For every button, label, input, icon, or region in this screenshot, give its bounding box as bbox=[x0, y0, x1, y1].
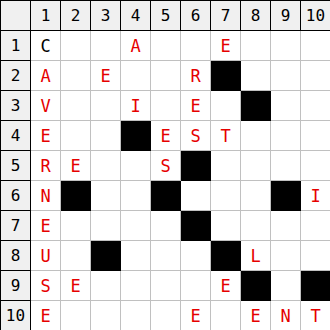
grid-cell-r5c8[interactable] bbox=[241, 151, 271, 181]
grid-cell-r6c4[interactable] bbox=[121, 181, 151, 211]
row-header-2: 2 bbox=[1, 61, 31, 91]
letter: R bbox=[40, 156, 50, 176]
grid-cell-r7c10[interactable] bbox=[301, 211, 330, 241]
letter: E bbox=[190, 306, 200, 326]
grid-cell-r4c1[interactable]: E bbox=[31, 121, 61, 151]
col-header-4: 4 bbox=[121, 1, 151, 31]
letter: S bbox=[40, 276, 50, 296]
grid-cell-r6c7[interactable] bbox=[211, 181, 241, 211]
grid-cell-r8c2[interactable] bbox=[61, 241, 91, 271]
grid-cell-r10c6[interactable]: E bbox=[181, 301, 211, 330]
grid-cell-r5c9[interactable] bbox=[271, 151, 301, 181]
grid-cell-r8c5[interactable] bbox=[151, 241, 181, 271]
grid-cell-r10c4[interactable] bbox=[121, 301, 151, 330]
grid-cell-r3c3[interactable] bbox=[91, 91, 121, 121]
grid-cell-r1c10[interactable] bbox=[301, 31, 330, 61]
grid-cell-r10c1[interactable]: E bbox=[31, 301, 61, 330]
grid-cell-r10c7[interactable] bbox=[211, 301, 241, 330]
grid-cell-r3c7[interactable] bbox=[211, 91, 241, 121]
grid-cell-r10c10[interactable]: T bbox=[301, 301, 330, 330]
letter: A bbox=[130, 36, 140, 56]
grid-cell-r1c8[interactable] bbox=[241, 31, 271, 61]
grid-cell-r6c6[interactable] bbox=[181, 181, 211, 211]
block-cell-r5c6 bbox=[181, 151, 211, 181]
col-header-6: 6 bbox=[181, 1, 211, 31]
letter: S bbox=[160, 156, 170, 176]
grid-cell-r9c6[interactable] bbox=[181, 271, 211, 301]
corner-cell bbox=[1, 1, 31, 31]
block-cell-r2c7 bbox=[211, 61, 241, 91]
block-cell-r9c10 bbox=[301, 271, 330, 301]
letter: I bbox=[130, 96, 140, 116]
letter: N bbox=[40, 186, 50, 206]
grid-cell-r8c6[interactable] bbox=[181, 241, 211, 271]
grid-cell-r1c9[interactable] bbox=[271, 31, 301, 61]
grid-cell-r6c1[interactable]: N bbox=[31, 181, 61, 211]
grid-cell-r2c9[interactable] bbox=[271, 61, 301, 91]
grid-cell-r10c3[interactable] bbox=[91, 301, 121, 330]
grid-cell-r2c10[interactable] bbox=[301, 61, 330, 91]
grid-cell-r1c5[interactable] bbox=[151, 31, 181, 61]
letter: V bbox=[40, 96, 50, 116]
letter: E bbox=[40, 306, 50, 326]
grid-cell-r2c2[interactable] bbox=[61, 61, 91, 91]
col-header-10: 10 bbox=[301, 1, 330, 31]
grid-cell-r2c6[interactable]: R bbox=[181, 61, 211, 91]
letter: E bbox=[190, 96, 200, 116]
grid-cell-r4c6[interactable]: S bbox=[181, 121, 211, 151]
grid-cell-r10c2[interactable] bbox=[61, 301, 91, 330]
letter: E bbox=[160, 126, 170, 146]
grid-cell-r1c6[interactable] bbox=[181, 31, 211, 61]
row-header-9: 9 bbox=[1, 271, 31, 301]
grid-cell-r1c4[interactable]: A bbox=[121, 31, 151, 61]
col-header-3: 3 bbox=[91, 1, 121, 31]
row-header-7: 7 bbox=[1, 211, 31, 241]
letter: E bbox=[100, 66, 110, 86]
row-header-1: 1 bbox=[1, 31, 31, 61]
grid-cell-r8c1[interactable]: U bbox=[31, 241, 61, 271]
grid-cell-r4c10[interactable] bbox=[301, 121, 330, 151]
row-header-3: 3 bbox=[1, 91, 31, 121]
letter: S bbox=[190, 126, 200, 146]
col-header-5: 5 bbox=[151, 1, 181, 31]
grid-cell-r3c5[interactable] bbox=[151, 91, 181, 121]
grid-cell-r1c3[interactable] bbox=[91, 31, 121, 61]
block-cell-r6c2 bbox=[61, 181, 91, 211]
grid-cell-r3c6[interactable]: E bbox=[181, 91, 211, 121]
grid-cell-r6c8[interactable] bbox=[241, 181, 271, 211]
letter: N bbox=[280, 306, 290, 326]
letter: I bbox=[310, 186, 320, 206]
grid-cell-r3c4[interactable]: I bbox=[121, 91, 151, 121]
grid-cell-r4c3[interactable] bbox=[91, 121, 121, 151]
letter: L bbox=[250, 246, 260, 266]
grid-cell-r2c4[interactable] bbox=[121, 61, 151, 91]
grid-cell-r4c9[interactable] bbox=[271, 121, 301, 151]
row-header-10: 10 bbox=[1, 301, 31, 330]
block-cell-r8c7 bbox=[211, 241, 241, 271]
row-header-5: 5 bbox=[1, 151, 31, 181]
grid-cell-r1c7[interactable]: E bbox=[211, 31, 241, 61]
grid-cell-r4c5[interactable]: E bbox=[151, 121, 181, 151]
grid-cell-r7c2[interactable] bbox=[61, 211, 91, 241]
grid-cell-r7c4[interactable] bbox=[121, 211, 151, 241]
grid-cell-r2c1[interactable]: A bbox=[31, 61, 61, 91]
letter: R bbox=[190, 66, 200, 86]
grid-cell-r9c3[interactable] bbox=[91, 271, 121, 301]
grid-cell-r8c4[interactable] bbox=[121, 241, 151, 271]
block-cell-r6c9 bbox=[271, 181, 301, 211]
letter: E bbox=[40, 126, 50, 146]
row-header-6: 6 bbox=[1, 181, 31, 211]
grid-cell-r4c7[interactable]: T bbox=[211, 121, 241, 151]
col-header-8: 8 bbox=[241, 1, 271, 31]
grid-cell-r9c2[interactable]: E bbox=[61, 271, 91, 301]
letter: E bbox=[70, 156, 80, 176]
grid-cell-r3c9[interactable] bbox=[271, 91, 301, 121]
grid-cell-r2c3[interactable]: E bbox=[91, 61, 121, 91]
grid-cell-r8c10[interactable] bbox=[301, 241, 330, 271]
block-cell-r3c8 bbox=[241, 91, 271, 121]
block-cell-r6c5 bbox=[151, 181, 181, 211]
grid-cell-r7c9[interactable] bbox=[271, 211, 301, 241]
col-header-1: 1 bbox=[31, 1, 61, 31]
grid-cell-r2c5[interactable] bbox=[151, 61, 181, 91]
letter: E bbox=[220, 276, 230, 296]
letter: E bbox=[220, 36, 230, 56]
grid-cell-r5c1[interactable]: R bbox=[31, 151, 61, 181]
col-header-2: 2 bbox=[61, 1, 91, 31]
grid-cell-r3c2[interactable] bbox=[61, 91, 91, 121]
grid-cell-r5c5[interactable]: S bbox=[151, 151, 181, 181]
grid-cell-r9c5[interactable] bbox=[151, 271, 181, 301]
grid-cell-r10c9[interactable]: N bbox=[271, 301, 301, 330]
grid-cell-r7c1[interactable]: E bbox=[31, 211, 61, 241]
grid-cell-r9c7[interactable]: E bbox=[211, 271, 241, 301]
letter: T bbox=[220, 126, 230, 146]
grid-cell-r10c8[interactable]: E bbox=[241, 301, 271, 330]
grid-cell-r3c10[interactable] bbox=[301, 91, 330, 121]
grid-cell-r8c8[interactable]: L bbox=[241, 241, 271, 271]
grid-cell-r6c10[interactable]: I bbox=[301, 181, 330, 211]
grid-cell-r9c4[interactable] bbox=[121, 271, 151, 301]
grid-cell-r1c1[interactable]: C bbox=[31, 31, 61, 61]
grid-cell-r6c3[interactable] bbox=[91, 181, 121, 211]
grid-cell-r3c1[interactable]: V bbox=[31, 91, 61, 121]
block-cell-r4c4 bbox=[121, 121, 151, 151]
grid-cell-r4c2[interactable] bbox=[61, 121, 91, 151]
grid-cell-r5c7[interactable] bbox=[211, 151, 241, 181]
grid-cell-r9c9[interactable] bbox=[271, 271, 301, 301]
grid-cell-r2c8[interactable] bbox=[241, 61, 271, 91]
letter: A bbox=[40, 66, 50, 86]
grid-cell-r8c9[interactable] bbox=[271, 241, 301, 271]
row-header-8: 8 bbox=[1, 241, 31, 271]
grid-cell-r9c1[interactable]: S bbox=[31, 271, 61, 301]
grid-cell-r4c8[interactable] bbox=[241, 121, 271, 151]
grid-cell-r5c10[interactable] bbox=[301, 151, 330, 181]
crossword-board: 123456789101CAE2AER3VIE4EEST5RES6NI7E8UL… bbox=[0, 0, 330, 330]
letter: E bbox=[70, 276, 80, 296]
grid-cell-r7c3[interactable] bbox=[91, 211, 121, 241]
letter: E bbox=[40, 216, 50, 236]
col-header-7: 7 bbox=[211, 1, 241, 31]
grid-cell-r5c2[interactable]: E bbox=[61, 151, 91, 181]
grid-cell-r1c2[interactable] bbox=[61, 31, 91, 61]
grid-cell-r5c3[interactable] bbox=[91, 151, 121, 181]
grid-cell-r7c7[interactable] bbox=[211, 211, 241, 241]
col-header-9: 9 bbox=[271, 1, 301, 31]
block-cell-r8c3 bbox=[91, 241, 121, 271]
letter: C bbox=[40, 36, 50, 56]
letter: T bbox=[310, 306, 320, 326]
grid-cell-r10c5[interactable] bbox=[151, 301, 181, 330]
letter: U bbox=[40, 246, 50, 266]
row-header-4: 4 bbox=[1, 121, 31, 151]
letter: E bbox=[250, 306, 260, 326]
block-cell-r9c8 bbox=[241, 271, 271, 301]
grid-cell-r7c5[interactable] bbox=[151, 211, 181, 241]
grid-cell-r7c8[interactable] bbox=[241, 211, 271, 241]
grid-cell-r5c4[interactable] bbox=[121, 151, 151, 181]
block-cell-r7c6 bbox=[181, 211, 211, 241]
